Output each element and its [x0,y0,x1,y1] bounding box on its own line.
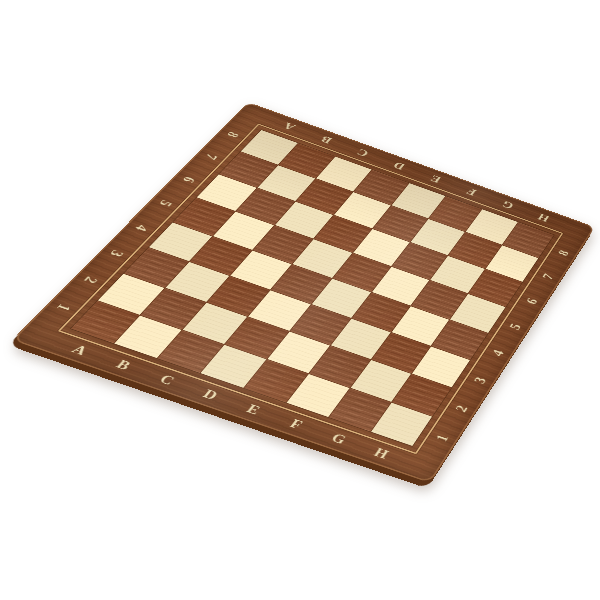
product-photo: ABCDEFGH ABCDEFGH 87654321 87654321 [0,0,600,600]
chessboard-3d: ABCDEFGH ABCDEFGH 87654321 87654321 [12,102,595,483]
